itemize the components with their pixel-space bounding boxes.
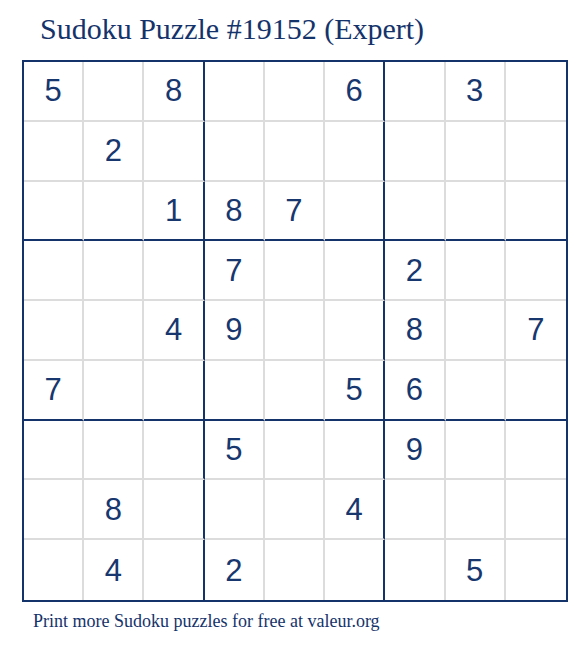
sudoku-cell[interactable]	[265, 421, 325, 481]
sudoku-cell[interactable]: 7	[24, 361, 84, 421]
sudoku-cell[interactable]	[506, 540, 566, 600]
sudoku-cell[interactable]	[265, 361, 325, 421]
sudoku-cell[interactable]	[205, 480, 265, 540]
sudoku-cell[interactable]: 5	[446, 540, 506, 600]
sudoku-cell[interactable]	[265, 480, 325, 540]
sudoku-cell[interactable]	[24, 241, 84, 301]
sudoku-cell[interactable]: 2	[205, 540, 265, 600]
sudoku-cell[interactable]	[24, 301, 84, 361]
sudoku-cell[interactable]: 4	[144, 301, 204, 361]
sudoku-cell[interactable]	[144, 122, 204, 182]
sudoku-cell[interactable]	[265, 301, 325, 361]
sudoku-cell[interactable]	[144, 361, 204, 421]
sudoku-cell[interactable]	[205, 361, 265, 421]
sudoku-cell[interactable]	[84, 182, 144, 242]
sudoku-cell[interactable]	[446, 301, 506, 361]
sudoku-cell[interactable]	[265, 540, 325, 600]
sudoku-cell[interactable]: 4	[325, 480, 385, 540]
sudoku-cell[interactable]: 9	[385, 421, 445, 481]
sudoku-cell[interactable]: 7	[265, 182, 325, 242]
sudoku-cell[interactable]: 2	[385, 241, 445, 301]
sudoku-cell[interactable]: 4	[84, 540, 144, 600]
sudoku-cell[interactable]	[446, 182, 506, 242]
sudoku-cell[interactable]	[446, 122, 506, 182]
sudoku-cell[interactable]: 7	[506, 301, 566, 361]
sudoku-cell[interactable]	[506, 480, 566, 540]
sudoku-cell[interactable]	[24, 182, 84, 242]
sudoku-cell[interactable]: 7	[205, 241, 265, 301]
sudoku-cell[interactable]	[205, 122, 265, 182]
sudoku-cell[interactable]	[446, 421, 506, 481]
sudoku-cell[interactable]	[144, 540, 204, 600]
sudoku-cell[interactable]	[385, 540, 445, 600]
sudoku-cell[interactable]: 6	[325, 62, 385, 122]
sudoku-cell[interactable]	[385, 480, 445, 540]
sudoku-cell[interactable]	[325, 122, 385, 182]
sudoku-page: Sudoku Puzzle #19152 (Expert) 5863218772…	[0, 0, 580, 651]
sudoku-cell[interactable]	[24, 540, 84, 600]
footer-note: Print more Sudoku puzzles for free at va…	[33, 611, 380, 632]
sudoku-cell[interactable]	[265, 122, 325, 182]
sudoku-cell[interactable]	[506, 122, 566, 182]
sudoku-cell[interactable]: 8	[144, 62, 204, 122]
sudoku-cell[interactable]	[385, 122, 445, 182]
sudoku-cell[interactable]: 9	[205, 301, 265, 361]
sudoku-cell[interactable]	[84, 421, 144, 481]
sudoku-cell[interactable]	[385, 62, 445, 122]
sudoku-cell[interactable]	[506, 421, 566, 481]
sudoku-cell[interactable]	[24, 421, 84, 481]
sudoku-cell[interactable]	[144, 421, 204, 481]
sudoku-cell[interactable]	[446, 361, 506, 421]
sudoku-cell[interactable]	[84, 62, 144, 122]
sudoku-cell[interactable]: 8	[385, 301, 445, 361]
sudoku-cell[interactable]: 6	[385, 361, 445, 421]
sudoku-grid: 586321877249877565984425	[22, 60, 568, 602]
sudoku-cell[interactable]	[265, 62, 325, 122]
sudoku-cell[interactable]	[84, 301, 144, 361]
sudoku-cell[interactable]: 8	[84, 480, 144, 540]
sudoku-cell[interactable]	[24, 122, 84, 182]
sudoku-cell[interactable]: 2	[84, 122, 144, 182]
sudoku-cell[interactable]: 5	[325, 361, 385, 421]
sudoku-cell[interactable]	[325, 241, 385, 301]
sudoku-cell[interactable]	[24, 480, 84, 540]
sudoku-cell[interactable]: 5	[24, 62, 84, 122]
sudoku-cell[interactable]	[84, 241, 144, 301]
sudoku-cell[interactable]	[325, 182, 385, 242]
sudoku-cell[interactable]	[385, 182, 445, 242]
sudoku-cell[interactable]: 5	[205, 421, 265, 481]
sudoku-cell[interactable]	[506, 241, 566, 301]
sudoku-cell[interactable]: 1	[144, 182, 204, 242]
sudoku-cell[interactable]	[325, 540, 385, 600]
sudoku-cell[interactable]	[506, 182, 566, 242]
sudoku-cell[interactable]: 3	[446, 62, 506, 122]
page-title: Sudoku Puzzle #19152 (Expert)	[40, 12, 424, 46]
sudoku-cell[interactable]	[144, 241, 204, 301]
sudoku-cell[interactable]	[446, 480, 506, 540]
sudoku-cell[interactable]: 8	[205, 182, 265, 242]
sudoku-cell[interactable]	[325, 301, 385, 361]
sudoku-cell[interactable]	[325, 421, 385, 481]
sudoku-cell[interactable]	[446, 241, 506, 301]
sudoku-cell[interactable]	[84, 361, 144, 421]
sudoku-cell[interactable]	[506, 361, 566, 421]
sudoku-cell[interactable]	[265, 241, 325, 301]
sudoku-cell[interactable]	[144, 480, 204, 540]
sudoku-cell[interactable]	[205, 62, 265, 122]
sudoku-cell[interactable]	[506, 62, 566, 122]
